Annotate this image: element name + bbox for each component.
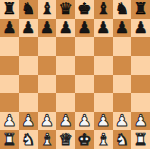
piece-black-pawn[interactable]: ♟: [40, 19, 54, 35]
square-h3[interactable]: [131, 93, 150, 112]
piece-black-king[interactable]: ♚: [77, 1, 91, 17]
square-c3[interactable]: [38, 93, 57, 112]
square-c1[interactable]: ♝: [38, 130, 57, 149]
square-f8[interactable]: ♝: [94, 0, 113, 19]
piece-white-bishop[interactable]: ♝: [96, 131, 110, 147]
piece-white-pawn[interactable]: ♟: [96, 113, 110, 129]
square-b4[interactable]: [19, 75, 38, 94]
piece-white-pawn[interactable]: ♟: [115, 113, 129, 129]
square-a6[interactable]: [0, 37, 19, 56]
piece-white-pawn[interactable]: ♟: [77, 113, 91, 129]
piece-black-knight[interactable]: ♞: [21, 1, 35, 17]
square-f1[interactable]: ♝: [94, 130, 113, 149]
square-b6[interactable]: [19, 37, 38, 56]
square-h6[interactable]: [131, 37, 150, 56]
piece-black-queen[interactable]: ♛: [58, 1, 72, 17]
piece-black-knight[interactable]: ♞: [115, 1, 129, 17]
piece-white-queen[interactable]: ♛: [58, 131, 72, 147]
piece-white-pawn[interactable]: ♟: [58, 113, 72, 129]
square-e5[interactable]: [75, 56, 94, 75]
square-f7[interactable]: ♟: [94, 19, 113, 38]
piece-white-bishop[interactable]: ♝: [40, 131, 54, 147]
square-e6[interactable]: [75, 37, 94, 56]
piece-black-pawn[interactable]: ♟: [96, 19, 110, 35]
square-d2[interactable]: ♟: [56, 112, 75, 131]
square-d7[interactable]: ♟: [56, 19, 75, 38]
square-a3[interactable]: [0, 93, 19, 112]
piece-white-rook[interactable]: ♜: [2, 131, 16, 147]
square-h7[interactable]: ♟: [131, 19, 150, 38]
piece-white-knight[interactable]: ♞: [21, 131, 35, 147]
piece-black-pawn[interactable]: ♟: [58, 19, 72, 35]
square-a8[interactable]: ♜: [0, 0, 19, 19]
piece-white-rook[interactable]: ♜: [133, 131, 147, 147]
square-g5[interactable]: [113, 56, 132, 75]
piece-white-pawn[interactable]: ♟: [21, 113, 35, 129]
square-g8[interactable]: ♞: [113, 0, 132, 19]
piece-white-king[interactable]: ♚: [77, 131, 91, 147]
square-e4[interactable]: [75, 75, 94, 94]
square-h1[interactable]: ♜: [131, 130, 150, 149]
square-b7[interactable]: ♟: [19, 19, 38, 38]
piece-white-pawn[interactable]: ♟: [2, 113, 16, 129]
square-a5[interactable]: [0, 56, 19, 75]
square-d6[interactable]: [56, 37, 75, 56]
square-e2[interactable]: ♟: [75, 112, 94, 131]
piece-black-rook[interactable]: ♜: [2, 1, 16, 17]
piece-black-bishop[interactable]: ♝: [96, 1, 110, 17]
square-c7[interactable]: ♟: [38, 19, 57, 38]
square-d1[interactable]: ♛: [56, 130, 75, 149]
piece-white-knight[interactable]: ♞: [115, 131, 129, 147]
square-g3[interactable]: [113, 93, 132, 112]
square-a7[interactable]: ♟: [0, 19, 19, 38]
square-e3[interactable]: [75, 93, 94, 112]
square-f6[interactable]: [94, 37, 113, 56]
square-c2[interactable]: ♟: [38, 112, 57, 131]
square-f5[interactable]: [94, 56, 113, 75]
square-e7[interactable]: ♟: [75, 19, 94, 38]
square-b8[interactable]: ♞: [19, 0, 38, 19]
square-c8[interactable]: ♝: [38, 0, 57, 19]
square-e8[interactable]: ♚: [75, 0, 94, 19]
piece-black-pawn[interactable]: ♟: [2, 19, 16, 35]
square-h4[interactable]: [131, 75, 150, 94]
piece-black-bishop[interactable]: ♝: [40, 1, 54, 17]
square-g7[interactable]: ♟: [113, 19, 132, 38]
square-b2[interactable]: ♟: [19, 112, 38, 131]
square-b3[interactable]: [19, 93, 38, 112]
piece-black-pawn[interactable]: ♟: [77, 19, 91, 35]
square-h8[interactable]: ♜: [131, 0, 150, 19]
square-c5[interactable]: [38, 56, 57, 75]
square-g1[interactable]: ♞: [113, 130, 132, 149]
square-f4[interactable]: [94, 75, 113, 94]
square-a2[interactable]: ♟: [0, 112, 19, 131]
square-h2[interactable]: ♟: [131, 112, 150, 131]
square-c4[interactable]: [38, 75, 57, 94]
piece-black-pawn[interactable]: ♟: [115, 19, 129, 35]
chess-board: ♜♞♝♛♚♝♞♜♟♟♟♟♟♟♟♟♟♟♟♟♟♟♟♟♜♞♝♛♚♝♞♜: [0, 0, 150, 149]
square-d8[interactable]: ♛: [56, 0, 75, 19]
piece-white-pawn[interactable]: ♟: [133, 113, 147, 129]
piece-black-rook[interactable]: ♜: [133, 1, 147, 17]
piece-white-pawn[interactable]: ♟: [40, 113, 54, 129]
square-d3[interactable]: [56, 93, 75, 112]
square-d4[interactable]: [56, 75, 75, 94]
square-h5[interactable]: [131, 56, 150, 75]
square-c6[interactable]: [38, 37, 57, 56]
square-b1[interactable]: ♞: [19, 130, 38, 149]
square-g4[interactable]: [113, 75, 132, 94]
square-f2[interactable]: ♟: [94, 112, 113, 131]
square-b5[interactable]: [19, 56, 38, 75]
square-e1[interactable]: ♚: [75, 130, 94, 149]
square-a1[interactable]: ♜: [0, 130, 19, 149]
square-f3[interactable]: [94, 93, 113, 112]
square-g6[interactable]: [113, 37, 132, 56]
square-g2[interactable]: ♟: [113, 112, 132, 131]
square-a4[interactable]: [0, 75, 19, 94]
piece-black-pawn[interactable]: ♟: [133, 19, 147, 35]
piece-black-pawn[interactable]: ♟: [21, 19, 35, 35]
square-d5[interactable]: [56, 56, 75, 75]
